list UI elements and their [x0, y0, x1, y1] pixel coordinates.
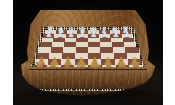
screenshot: ♜♞♝♛♚♝♞♜♟♟♟♟♟♟♟♟♟♟♟♟♟♟♟♟♜♞♝♛♚♝♞♜	[0, 0, 175, 105]
chessboard: ♜♞♝♛♚♝♞♜♟♟♟♟♟♟♟♟♟♟♟♟♟♟♟♟♜♞♝♛♚♝♞♜	[30, 30, 146, 72]
chess-set-photo: ♜♞♝♛♚♝♞♜♟♟♟♟♟♟♟♟♟♟♟♟♟♟♟♟♜♞♝♛♚♝♞♜	[13, 0, 163, 105]
drawer-seam	[29, 69, 147, 70]
white-margin-left	[0, 0, 13, 105]
board-wood-frame: ♜♞♝♛♚♝♞♜♟♟♟♟♟♟♟♟♟♟♟♟♟♟♟♟♜♞♝♛♚♝♞♜	[27, 10, 149, 67]
white-margin-right	[163, 0, 175, 105]
